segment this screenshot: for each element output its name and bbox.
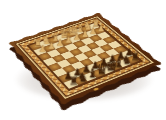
square: [94, 39, 107, 47]
scene: ♜♞♝♛♚♝♞♜♟♟♟♟♟♟♟♟♟♟♟♟♟♟♟♟♜♞♝♛♚♝♞♜: [0, 0, 166, 120]
chess-set-photo: ♜♞♝♛♚♝♞♜♟♟♟♟♟♟♟♟♟♟♟♟♟♟♟♟♜♞♝♛♚♝♞♜: [0, 0, 166, 120]
chess-board: ♜♞♝♛♚♝♞♜♟♟♟♟♟♟♟♟♟♟♟♟♟♟♟♟♜♞♝♛♚♝♞♜: [8, 12, 162, 105]
